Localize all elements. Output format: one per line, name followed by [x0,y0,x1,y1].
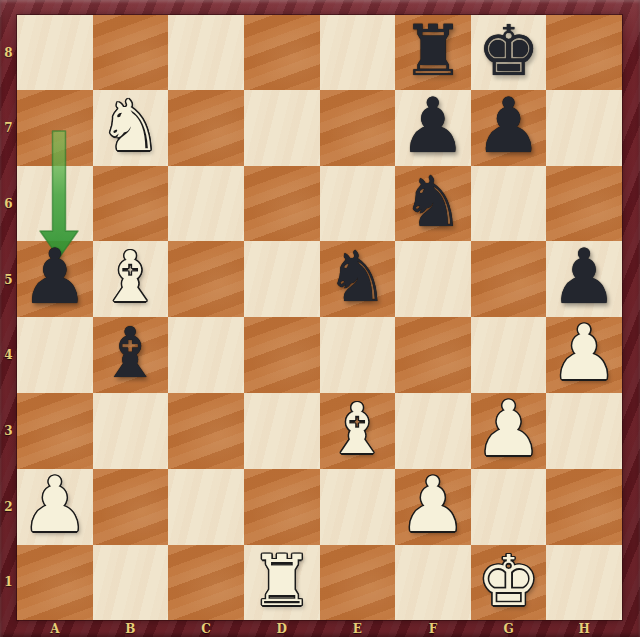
square-g1[interactable]: ♚ [471,545,547,620]
square-f1[interactable] [395,545,471,620]
square-h4[interactable]: ♟ [546,317,622,393]
square-d1[interactable]: ♜ [244,545,320,620]
rank-label-2: 2 [0,469,17,545]
piece-black-knight-e5: ♞ [326,242,389,312]
board-grid: ♜♚♞♟♟♞♟♝♞♟♝♟♝♟♟♟♜♚ [17,15,622,620]
square-e4[interactable] [320,317,396,393]
piece-white-rook-d1: ♜ [250,546,313,616]
square-h3[interactable] [546,393,622,469]
square-c8[interactable] [168,15,244,90]
square-e8[interactable] [320,15,396,90]
square-c4[interactable] [168,317,244,393]
square-g6[interactable] [471,166,547,241]
square-c6[interactable] [168,166,244,241]
square-f4[interactable] [395,317,471,393]
file-coordinates: ABCDEFGH [17,620,622,637]
square-a7[interactable] [17,90,93,166]
square-g3[interactable]: ♟ [471,393,547,469]
rank-label-3: 3 [0,393,17,469]
piece-white-pawn-a2: ♟ [21,467,89,543]
square-d6[interactable] [244,166,320,241]
square-f5[interactable] [395,241,471,317]
square-h2[interactable] [546,469,622,545]
square-b5[interactable]: ♝ [93,241,169,317]
square-h8[interactable] [546,15,622,90]
square-b8[interactable] [93,15,169,90]
square-g8[interactable]: ♚ [471,15,547,90]
piece-white-bishop-b5: ♝ [99,242,162,312]
square-f6[interactable]: ♞ [395,166,471,241]
square-b4[interactable]: ♝ [93,317,169,393]
piece-black-king-g8: ♚ [477,16,540,86]
square-g2[interactable] [471,469,547,545]
piece-black-pawn-g7: ♟ [474,88,542,164]
square-f2[interactable]: ♟ [395,469,471,545]
square-b2[interactable] [93,469,169,545]
square-e6[interactable] [320,166,396,241]
piece-black-rook-f8: ♜ [402,16,465,86]
file-label-a: A [17,620,93,637]
piece-white-pawn-h4: ♟ [550,315,618,391]
rank-label-1: 1 [0,544,17,620]
square-a6[interactable] [17,166,93,241]
square-e7[interactable] [320,90,396,166]
square-c5[interactable] [168,241,244,317]
square-a3[interactable] [17,393,93,469]
square-d5[interactable] [244,241,320,317]
file-label-c: C [168,620,244,637]
square-d8[interactable] [244,15,320,90]
square-e1[interactable] [320,545,396,620]
square-c7[interactable] [168,90,244,166]
piece-white-pawn-g3: ♟ [474,391,542,467]
square-f8[interactable]: ♜ [395,15,471,90]
square-d2[interactable] [244,469,320,545]
square-h1[interactable] [546,545,622,620]
square-b7[interactable]: ♞ [93,90,169,166]
rank-label-7: 7 [0,91,17,167]
square-f3[interactable] [395,393,471,469]
square-b1[interactable] [93,545,169,620]
file-label-f: F [395,620,471,637]
rank-label-6: 6 [0,166,17,242]
square-f7[interactable]: ♟ [395,90,471,166]
piece-white-knight-b7: ♞ [99,91,162,161]
piece-black-knight-f6: ♞ [402,167,465,237]
square-c1[interactable] [168,545,244,620]
square-d3[interactable] [244,393,320,469]
piece-white-pawn-f2: ♟ [399,467,467,543]
file-label-d: D [244,620,320,637]
file-label-g: G [471,620,547,637]
piece-black-pawn-a5: ♟ [21,239,89,315]
rank-label-4: 4 [0,318,17,394]
file-label-b: B [93,620,169,637]
square-a1[interactable] [17,545,93,620]
square-e3[interactable]: ♝ [320,393,396,469]
square-a5[interactable]: ♟ [17,241,93,317]
square-d7[interactable] [244,90,320,166]
piece-black-pawn-h5: ♟ [550,239,618,315]
chess-board-diagram: ♜♚♞♟♟♞♟♝♞♟♝♟♝♟♟♟♜♚ 87654321 ABCDEFGH [0,0,640,637]
piece-black-bishop-b4: ♝ [99,318,162,388]
rank-coordinates: 87654321 [0,15,17,620]
square-a4[interactable] [17,317,93,393]
square-g7[interactable]: ♟ [471,90,547,166]
square-a8[interactable] [17,15,93,90]
piece-white-bishop-e3: ♝ [326,394,389,464]
rank-label-5: 5 [0,242,17,318]
square-e5[interactable]: ♞ [320,241,396,317]
square-g5[interactable] [471,241,547,317]
square-h6[interactable] [546,166,622,241]
square-h5[interactable]: ♟ [546,241,622,317]
piece-white-king-g1: ♚ [477,546,540,616]
piece-black-pawn-f7: ♟ [399,88,467,164]
rank-label-8: 8 [0,15,17,91]
square-d4[interactable] [244,317,320,393]
square-h7[interactable] [546,90,622,166]
square-c2[interactable] [168,469,244,545]
square-b3[interactable] [93,393,169,469]
square-a2[interactable]: ♟ [17,469,93,545]
square-b6[interactable] [93,166,169,241]
file-label-h: H [546,620,622,637]
file-label-e: E [320,620,396,637]
square-e2[interactable] [320,469,396,545]
square-c3[interactable] [168,393,244,469]
square-g4[interactable] [471,317,547,393]
